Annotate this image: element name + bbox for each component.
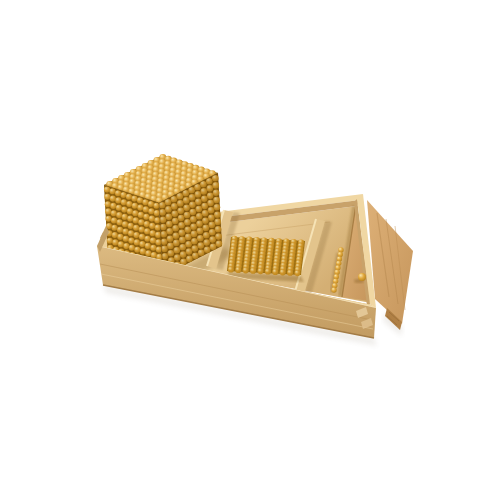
product-photo-stage (0, 0, 500, 500)
hundred-square-tint (227, 237, 305, 275)
golden-bead (333, 278, 338, 283)
golden-bead-tray-illustration (0, 0, 500, 500)
golden-bead (336, 261, 341, 266)
golden-bead (331, 287, 336, 292)
golden-bead (334, 270, 339, 275)
unit-bead-sphere (358, 273, 366, 281)
golden-bead (338, 252, 343, 257)
